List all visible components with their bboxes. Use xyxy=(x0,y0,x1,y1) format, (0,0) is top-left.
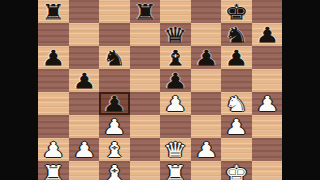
square-e3[interactable] xyxy=(160,115,191,138)
square-e7[interactable]: ♛ xyxy=(160,23,191,46)
square-h1[interactable] xyxy=(252,161,283,180)
square-c5[interactable] xyxy=(99,69,130,92)
square-a8[interactable]: ♜ xyxy=(38,0,69,23)
black-rook-a8: ♜ xyxy=(33,0,73,23)
white-rook-a1: ♜ xyxy=(33,161,73,180)
white-pawn-e4: ♟ xyxy=(155,92,195,116)
black-pawn-g6: ♟ xyxy=(216,46,256,70)
square-g3[interactable]: ♟ xyxy=(221,115,252,138)
square-e5[interactable]: ♟ xyxy=(160,69,191,92)
square-h4[interactable]: ♟ xyxy=(252,92,283,115)
square-h5[interactable] xyxy=(252,69,283,92)
black-pawn-e5: ♟ xyxy=(155,69,195,93)
white-pawn-f2: ♟ xyxy=(186,138,226,162)
black-pawn-c4: ♟ xyxy=(94,92,134,116)
square-g1[interactable]: ♚ xyxy=(221,161,252,180)
letterbox-right xyxy=(282,0,320,180)
chess-board: ♜♜♚♛♞♟♟♞♝♟♟♟♟♟♟♞♟♟♟♟♟♝♛♟♜♝♜♚ xyxy=(38,0,282,180)
white-pawn-c3: ♟ xyxy=(94,115,134,139)
square-h2[interactable] xyxy=(252,138,283,161)
square-b5[interactable]: ♟ xyxy=(69,69,100,92)
square-e4[interactable]: ♟ xyxy=(160,92,191,115)
square-g6[interactable]: ♟ xyxy=(221,46,252,69)
square-c2[interactable]: ♝ xyxy=(99,138,130,161)
white-pawn-h4: ♟ xyxy=(247,92,287,116)
black-queen-e7: ♛ xyxy=(155,23,195,47)
square-a3[interactable] xyxy=(38,115,69,138)
square-h7[interactable]: ♟ xyxy=(252,23,283,46)
black-knight-c6: ♞ xyxy=(94,46,134,70)
square-d8[interactable]: ♜ xyxy=(130,0,161,23)
square-a1[interactable]: ♜ xyxy=(38,161,69,180)
video-frame: ♜♜♚♛♞♟♟♞♝♟♟♟♟♟♟♞♟♟♟♟♟♝♛♟♜♝♜♚ xyxy=(0,0,320,180)
square-d3[interactable] xyxy=(130,115,161,138)
square-c6[interactable]: ♞ xyxy=(99,46,130,69)
black-pawn-a6: ♟ xyxy=(33,46,73,70)
square-g2[interactable] xyxy=(221,138,252,161)
square-b7[interactable] xyxy=(69,23,100,46)
square-b8[interactable] xyxy=(69,0,100,23)
square-a6[interactable]: ♟ xyxy=(38,46,69,69)
white-king-g1: ♚ xyxy=(216,161,256,180)
white-bishop-c1: ♝ xyxy=(94,161,134,180)
square-g8[interactable]: ♚ xyxy=(221,0,252,23)
square-c1[interactable]: ♝ xyxy=(99,161,130,180)
black-pawn-h7: ♟ xyxy=(247,23,287,47)
square-g5[interactable] xyxy=(221,69,252,92)
square-f5[interactable] xyxy=(191,69,222,92)
white-pawn-g3: ♟ xyxy=(216,115,256,139)
square-e1[interactable]: ♜ xyxy=(160,161,191,180)
black-king-g8: ♚ xyxy=(216,0,256,23)
square-h3[interactable] xyxy=(252,115,283,138)
black-pawn-b5: ♟ xyxy=(64,69,104,93)
square-f2[interactable]: ♟ xyxy=(191,138,222,161)
square-h6[interactable] xyxy=(252,46,283,69)
square-h8[interactable] xyxy=(252,0,283,23)
square-c7[interactable] xyxy=(99,23,130,46)
white-bishop-c2: ♝ xyxy=(94,138,134,162)
square-c3[interactable]: ♟ xyxy=(99,115,130,138)
square-e8[interactable] xyxy=(160,0,191,23)
square-a4[interactable] xyxy=(38,92,69,115)
square-a7[interactable] xyxy=(38,23,69,46)
square-c4[interactable]: ♟ xyxy=(99,92,130,115)
black-rook-d8: ♜ xyxy=(125,0,165,23)
white-rook-e1: ♜ xyxy=(155,161,195,180)
